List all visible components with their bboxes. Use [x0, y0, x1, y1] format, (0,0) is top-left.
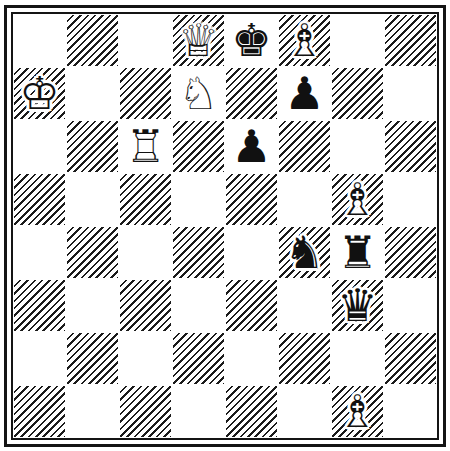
- square-h8: [384, 14, 437, 67]
- chessboard: ♕♚♗♔♘♟♖♟♗♞♜♛♗: [13, 14, 437, 438]
- piece-white-bishop: ♗: [337, 173, 377, 226]
- square-g7: [331, 67, 384, 120]
- square-a8: [13, 14, 66, 67]
- square-c3: [119, 279, 172, 332]
- square-a6: [13, 120, 66, 173]
- square-f3: [278, 279, 331, 332]
- square-f6: [278, 120, 331, 173]
- square-d4: [172, 226, 225, 279]
- square-b7: [66, 67, 119, 120]
- square-c8: [119, 14, 172, 67]
- square-g5: ♗: [331, 173, 384, 226]
- square-c5: [119, 173, 172, 226]
- square-d7: ♘: [172, 67, 225, 120]
- square-d2: [172, 332, 225, 385]
- square-h5: [384, 173, 437, 226]
- square-h4: [384, 226, 437, 279]
- square-f2: [278, 332, 331, 385]
- square-a1: [13, 385, 66, 438]
- square-b5: [66, 173, 119, 226]
- square-h3: [384, 279, 437, 332]
- square-e8: ♚: [225, 14, 278, 67]
- square-f5: [278, 173, 331, 226]
- piece-black-rook: ♜: [337, 226, 377, 279]
- square-d3: [172, 279, 225, 332]
- square-g3: ♛: [331, 279, 384, 332]
- square-b6: [66, 120, 119, 173]
- piece-black-king: ♚: [231, 14, 271, 67]
- square-e4: [225, 226, 278, 279]
- square-d6: [172, 120, 225, 173]
- piece-black-queen: ♛: [337, 279, 377, 332]
- square-a4: [13, 226, 66, 279]
- piece-black-pawn: ♟: [284, 67, 324, 120]
- piece-white-rook: ♖: [125, 120, 165, 173]
- square-e3: [225, 279, 278, 332]
- square-h6: [384, 120, 437, 173]
- square-a3: [13, 279, 66, 332]
- square-e5: [225, 173, 278, 226]
- square-c2: [119, 332, 172, 385]
- square-b8: [66, 14, 119, 67]
- square-f4: ♞: [278, 226, 331, 279]
- square-g2: [331, 332, 384, 385]
- square-a2: [13, 332, 66, 385]
- piece-white-queen: ♕: [178, 14, 218, 67]
- piece-black-knight: ♞: [284, 226, 324, 279]
- square-h7: [384, 67, 437, 120]
- square-f7: ♟: [278, 67, 331, 120]
- square-h1: [384, 385, 437, 438]
- piece-black-pawn: ♟: [231, 120, 271, 173]
- square-c6: ♖: [119, 120, 172, 173]
- square-f1: [278, 385, 331, 438]
- square-f8: ♗: [278, 14, 331, 67]
- square-d8: ♕: [172, 14, 225, 67]
- square-d5: [172, 173, 225, 226]
- square-c7: [119, 67, 172, 120]
- square-b1: [66, 385, 119, 438]
- square-d1: [172, 385, 225, 438]
- square-g1: ♗: [331, 385, 384, 438]
- piece-white-king: ♔: [19, 67, 59, 120]
- square-b2: [66, 332, 119, 385]
- square-a5: [13, 173, 66, 226]
- square-b4: [66, 226, 119, 279]
- board-outer-frame: ♕♚♗♔♘♟♖♟♗♞♜♛♗: [4, 5, 446, 447]
- square-c4: [119, 226, 172, 279]
- piece-white-knight: ♘: [178, 67, 218, 120]
- square-c1: [119, 385, 172, 438]
- piece-white-bishop: ♗: [337, 385, 377, 438]
- square-e2: [225, 332, 278, 385]
- piece-white-bishop: ♗: [284, 14, 324, 67]
- square-e1: [225, 385, 278, 438]
- square-b3: [66, 279, 119, 332]
- square-e6: ♟: [225, 120, 278, 173]
- square-g4: ♜: [331, 226, 384, 279]
- square-e7: [225, 67, 278, 120]
- square-g8: [331, 14, 384, 67]
- square-g6: [331, 120, 384, 173]
- square-a7: ♔: [13, 67, 66, 120]
- board-inner-frame: ♕♚♗♔♘♟♖♟♗♞♜♛♗: [11, 12, 439, 440]
- square-h2: [384, 332, 437, 385]
